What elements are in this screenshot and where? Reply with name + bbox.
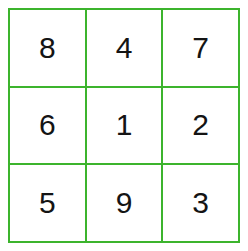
cell-r3c2: 9 (87, 165, 162, 241)
cell-r1c3: 7 (163, 10, 238, 86)
cell-r3c3: 3 (163, 165, 238, 241)
cell-r1c1: 8 (10, 10, 85, 86)
cell-r2c1: 6 (10, 88, 85, 164)
puzzle-screenshot: 8 4 7 6 1 2 5 9 3 (0, 0, 248, 251)
number-grid-board: 8 4 7 6 1 2 5 9 3 (8, 8, 240, 243)
cell-r1c2: 4 (87, 10, 162, 86)
cell-r2c3: 2 (163, 88, 238, 164)
cell-r3c1: 5 (10, 165, 85, 241)
cell-r2c2: 1 (87, 88, 162, 164)
